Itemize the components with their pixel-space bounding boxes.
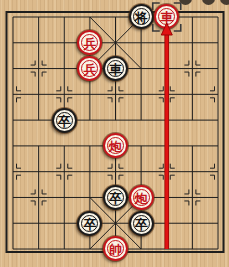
black-soldier-glyph: 卒 [58, 114, 71, 127]
red-general-glyph: 帥 [109, 243, 122, 256]
piece-black-soldier[interactable]: 卒 [129, 211, 154, 236]
piece-black-soldier[interactable]: 卒 [52, 108, 77, 133]
black-soldier-glyph: 卒 [83, 217, 96, 230]
red-soldier-glyph: 兵 [83, 37, 96, 50]
piece-black-chariot[interactable]: 車 [103, 56, 128, 81]
piece-red-cannon[interactable]: 炮 [129, 185, 154, 210]
piece-black-general[interactable]: 将 [129, 4, 154, 29]
red-cannon-glyph: 炮 [135, 191, 148, 204]
xiangqi-board: 将車兵兵車卒炮卒炮卒卒帥 [0, 0, 229, 267]
red-chariot-glyph: 車 [160, 11, 173, 24]
piece-black-soldier[interactable]: 卒 [103, 185, 128, 210]
black-soldier-glyph: 卒 [135, 217, 148, 230]
piece-black-soldier[interactable]: 卒 [77, 211, 102, 236]
red-soldier-glyph: 兵 [83, 63, 96, 76]
black-soldier-glyph: 卒 [109, 191, 122, 204]
black-chariot-glyph: 車 [109, 63, 122, 76]
black-general-glyph: 将 [135, 11, 148, 24]
red-cannon-glyph: 炮 [109, 140, 122, 153]
